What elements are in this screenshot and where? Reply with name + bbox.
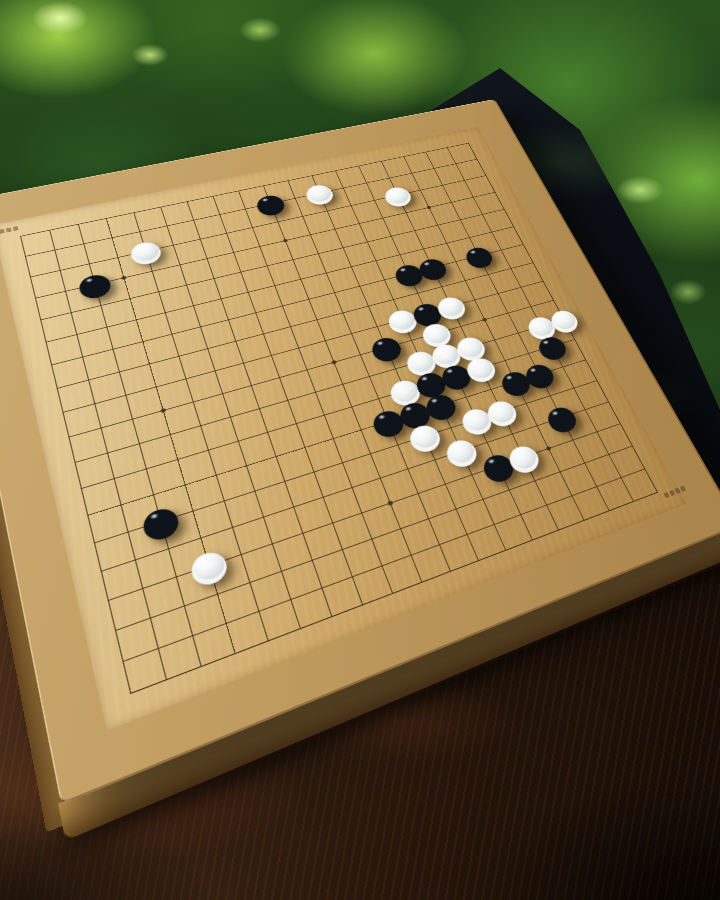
- white-stone: ●: [128, 238, 163, 265]
- white-stone: ●: [187, 545, 229, 586]
- white-stone: ●: [303, 181, 336, 205]
- white-stone: ●: [381, 184, 413, 207]
- photo-scene: ●●●●●●●●●●●●●●●●●●●●●●●●●●●●●●●●●●●●●: [0, 0, 720, 900]
- go-board: ●●●●●●●●●●●●●●●●●●●●●●●●●●●●●●●●●●●●●: [20, 143, 657, 693]
- black-stone: ●: [76, 270, 112, 298]
- black-stone: ●: [140, 502, 181, 541]
- black-stone: ●: [415, 255, 449, 281]
- black-stone: ●: [253, 191, 286, 215]
